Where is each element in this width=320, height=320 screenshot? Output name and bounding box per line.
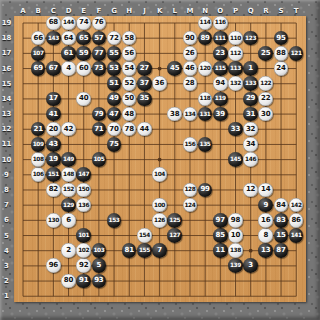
move-number: 150 [78,186,89,193]
row-label-7: 7 [1,201,12,209]
stone-white-46-M16: 46 [183,61,198,76]
stone-black-121-T17: 121 [289,46,304,61]
stone-white-64-D18: 64 [61,31,76,46]
move-number: 104 [154,171,165,178]
move-number: 3 [248,262,253,269]
stone-black-11-O4: 11 [213,243,228,258]
move-number: 28 [185,80,194,87]
stone-white-108-B10: 108 [31,152,46,167]
stone-black-111-O18: 111 [213,31,228,46]
move-number: 88 [276,50,285,57]
move-number: 27 [140,65,149,72]
move-number: 101 [78,232,89,239]
stone-white-14-R8: 14 [258,183,273,198]
stone-white-156-M11: 156 [183,137,198,152]
stone-white-148-D9: 148 [61,167,76,182]
stone-white-6-D6: 6 [61,213,76,228]
stone-white-16-R6: 16 [258,213,273,228]
move-number: 15 [276,232,285,239]
move-number: 50 [125,95,134,102]
stone-white-26-M17: 26 [183,46,198,61]
move-number: 128 [184,186,195,193]
stone-black-7-K4: 7 [152,243,167,258]
stone-white-116-O19: 116 [213,16,228,31]
stone-black-83-S6: 83 [274,213,289,228]
stone-black-129-D7: 129 [61,198,76,213]
stone-white-104-K9: 104 [152,167,167,182]
column-label-C: C [46,7,60,15]
column-label-N: N [198,7,212,15]
column-label-S: S [274,7,288,15]
move-number: 92 [79,262,88,269]
move-number: 100 [154,202,165,209]
move-number: 138 [230,247,241,254]
move-number: 59 [79,50,88,57]
move-number: 22 [261,95,270,102]
row-label-16: 16 [1,65,12,73]
stone-white-48-H13: 48 [122,107,137,122]
move-number: 60 [79,65,88,72]
move-number: 85 [216,232,225,239]
move-number: 80 [64,277,73,284]
move-number: 13 [261,247,270,254]
stone-white-128-M8: 128 [183,183,198,198]
move-number: 42 [64,126,73,133]
stone-white-8-R5: 8 [258,228,273,243]
move-number: 103 [93,247,104,254]
stone-white-136-E7: 136 [76,198,91,213]
stone-black-151-C9: 151 [46,167,61,182]
stone-black-21-B12: 21 [31,122,46,137]
move-number: 141 [291,232,302,239]
move-number: 26 [185,50,194,57]
stone-black-155-J4: 155 [137,243,152,258]
move-number: 110 [230,35,241,42]
move-number: 90 [185,35,194,42]
stone-black-101-E5: 101 [76,228,91,243]
column-label-H: H [122,7,136,15]
stone-white-38-L13: 38 [167,107,182,122]
move-number: 148 [63,171,74,178]
column-label-B: B [31,7,45,15]
move-number: 48 [125,111,134,118]
column-label-L: L [168,7,182,15]
stone-black-143-C18: 143 [46,31,61,46]
stone-black-77-F17: 77 [92,46,107,61]
move-number: 139 [230,262,241,269]
stone-black-135-N11: 135 [198,137,213,152]
row-label-19: 19 [1,19,12,27]
move-number: 119 [215,95,226,102]
stone-white-70-G12: 70 [107,122,122,137]
stone-black-95-S18: 95 [274,31,289,46]
move-number: 21 [33,126,42,133]
move-number: 53 [109,65,118,72]
move-number: 5 [97,262,102,269]
stone-white-132-P15: 132 [228,76,243,91]
move-number: 51 [109,80,118,87]
move-number: 97 [216,217,225,224]
stone-white-82-C8: 82 [46,183,61,198]
move-number: 25 [261,50,270,57]
stone-white-28-M15: 28 [183,76,198,91]
move-number: 91 [79,277,88,284]
stone-black-85-O5: 85 [213,228,228,243]
stone-black-55-G17: 55 [107,46,122,61]
row-label-15: 15 [1,80,12,88]
stone-layer: 1234567891011121314151617192021222324252… [15,15,303,303]
move-number: 1 [248,65,253,72]
stone-black-51-G15: 51 [107,76,122,91]
column-label-D: D [62,7,76,15]
move-number: 4 [66,65,71,72]
move-number: 39 [216,111,225,118]
move-number: 154 [139,232,150,239]
move-number: 108 [33,156,44,163]
move-number: 135 [200,141,211,148]
stone-white-146-Q10: 146 [243,152,258,167]
stone-white-96-C3: 96 [46,258,61,273]
stone-white-130-C6: 130 [46,213,61,228]
row-label-17: 17 [1,49,12,57]
stone-white-122-R15: 122 [258,76,273,91]
move-number: 69 [33,65,42,72]
move-number: 152 [63,186,74,193]
move-number: 109 [33,141,44,148]
stone-black-13-R4: 13 [258,243,273,258]
stone-black-133-Q15: 133 [243,76,258,91]
stone-black-131-N13: 131 [198,107,213,122]
column-label-F: F [92,7,106,15]
move-number: 10 [231,232,240,239]
stone-white-2-D4: 2 [61,243,76,258]
stone-black-113-P16: 113 [228,61,243,76]
row-label-4: 4 [1,247,12,255]
stone-white-50-H14: 50 [122,92,137,107]
stone-white-118-N14: 118 [198,92,213,107]
move-number: 114 [200,19,211,26]
move-number: 122 [260,80,271,87]
move-number: 64 [64,35,73,42]
move-number: 73 [94,65,103,72]
move-number: 77 [94,50,103,57]
move-number: 44 [140,126,149,133]
move-number: 68 [49,19,58,26]
column-label-K: K [153,7,167,15]
stone-black-119-O14: 119 [213,92,228,107]
stone-white-74-E19: 74 [76,16,91,31]
stone-black-29-Q14: 29 [243,92,258,107]
move-number: 7 [157,247,162,254]
move-number: 98 [231,217,240,224]
move-number: 144 [63,19,74,26]
stone-black-17-C14: 17 [46,92,61,107]
stone-white-54-H16: 54 [122,61,137,76]
move-number: 105 [93,156,104,163]
stone-black-147-E9: 147 [76,167,91,182]
stone-white-154-J5: 154 [137,228,152,243]
move-number: 11 [216,247,225,254]
row-label-8: 8 [1,186,12,194]
row-label-18: 18 [1,34,12,42]
stone-white-66-B18: 66 [31,31,46,46]
move-number: 54 [125,65,134,72]
move-number: 45 [170,65,179,72]
move-number: 76 [94,19,103,26]
stone-black-91-E2: 91 [76,274,91,289]
stone-black-43-C11: 43 [46,137,61,152]
move-number: 155 [139,247,150,254]
stone-black-61-D17: 61 [61,46,76,61]
move-number: 52 [125,80,134,87]
stone-black-37-J15: 37 [137,76,152,91]
move-number: 142 [291,202,302,209]
move-number: 106 [33,171,44,178]
stone-black-35-J14: 35 [137,92,152,107]
stone-black-39-O13: 39 [213,107,228,122]
stone-black-31-Q13: 31 [243,107,258,122]
move-number: 9 [263,202,268,209]
move-number: 84 [276,202,285,209]
column-label-A: A [16,7,30,15]
move-number: 112 [230,50,241,57]
stone-black-65-E18: 65 [76,31,91,46]
move-number: 61 [64,50,73,57]
move-number: 99 [200,186,209,193]
stone-white-32-Q12: 32 [243,122,258,137]
stone-white-102-E4: 102 [76,243,91,258]
stone-white-34-Q11: 34 [243,137,258,152]
move-number: 145 [230,156,241,163]
move-number: 35 [140,95,149,102]
move-number: 75 [109,141,118,148]
stone-black-141-T5: 141 [289,228,304,243]
stone-black-73-F16: 73 [92,61,107,76]
move-number: 131 [200,111,211,118]
stone-black-89-N18: 89 [198,31,213,46]
stone-white-120-N16: 120 [198,61,213,76]
stone-black-59-E17: 59 [76,46,91,61]
move-number: 156 [184,141,195,148]
move-number: 24 [276,65,285,72]
stone-black-123-Q18: 123 [243,31,258,46]
stone-white-80-D2: 80 [61,274,76,289]
stone-white-112-P17: 112 [228,46,243,61]
row-label-12: 12 [1,125,12,133]
move-number: 34 [246,141,255,148]
move-number: 19 [49,156,58,163]
stone-black-75-G11: 75 [107,137,122,152]
column-label-T: T [289,7,303,15]
stone-white-4-D16: 4 [61,61,76,76]
move-number: 151 [48,171,59,178]
move-number: 6 [66,217,71,224]
move-number: 118 [200,95,211,102]
stone-white-86-T6: 86 [289,213,304,228]
move-number: 29 [246,95,255,102]
stone-black-15-S5: 15 [274,228,289,243]
move-number: 17 [49,95,58,102]
stone-black-81-H4: 81 [122,243,137,258]
move-number: 56 [125,50,134,57]
goban-frame: ABCDEFGHJKLMNOPQRST 19181716151413121110… [0,0,320,320]
move-number: 116 [215,19,226,26]
move-number: 14 [261,186,270,193]
stone-white-52-H15: 52 [122,76,137,91]
move-number: 87 [276,247,285,254]
stone-black-1-Q16: 1 [243,61,258,76]
row-label-2: 2 [1,277,12,285]
row-label-5: 5 [1,232,12,240]
move-number: 132 [230,80,241,87]
move-number: 36 [155,80,164,87]
move-number: 38 [170,111,179,118]
row-label-1: 1 [1,292,12,300]
stone-black-23-O17: 23 [213,46,228,61]
move-number: 83 [276,217,285,224]
move-number: 79 [94,111,103,118]
move-number: 121 [291,50,302,57]
stone-white-152-D8: 152 [61,183,76,198]
column-label-Q: Q [244,7,258,15]
move-number: 23 [216,50,225,57]
stone-white-134-M13: 134 [183,107,198,122]
move-number: 153 [109,217,120,224]
stone-black-105-F10: 105 [92,152,107,167]
move-number: 66 [33,35,42,42]
stone-white-92-E3: 92 [76,258,91,273]
stone-white-12-Q8: 12 [243,183,258,198]
move-number: 147 [78,171,89,178]
stone-white-98-P6: 98 [228,213,243,228]
row-label-14: 14 [1,95,12,103]
stone-white-72-G18: 72 [107,31,122,46]
stone-black-99-N8: 99 [198,183,213,198]
move-number: 127 [169,232,180,239]
stone-white-30-R13: 30 [258,107,273,122]
stone-white-20-C12: 20 [46,122,61,137]
row-label-3: 3 [1,262,12,270]
move-number: 134 [184,111,195,118]
move-number: 133 [245,80,256,87]
move-number: 95 [276,35,285,42]
move-number: 40 [79,95,88,102]
stone-black-93-F2: 93 [92,274,107,289]
stone-white-56-H17: 56 [122,46,137,61]
stone-black-25-R17: 25 [258,46,273,61]
move-number: 82 [49,186,58,193]
move-number: 126 [154,217,165,224]
move-number: 96 [49,262,58,269]
move-number: 129 [63,202,74,209]
stone-black-3-Q3: 3 [243,258,258,273]
stone-black-71-F12: 71 [92,122,107,137]
stone-white-10-P5: 10 [228,228,243,243]
stone-black-107-B17: 107 [31,46,46,61]
move-number: 113 [230,65,241,72]
stone-white-60-E16: 60 [76,61,91,76]
stone-white-126-K6: 126 [152,213,167,228]
move-number: 31 [246,111,255,118]
stone-black-153-G6: 153 [107,213,122,228]
stone-white-78-H12: 78 [122,122,137,137]
move-number: 123 [245,35,256,42]
column-label-E: E [77,7,91,15]
stone-black-57-F18: 57 [92,31,107,46]
move-number: 72 [109,35,118,42]
stone-black-103-F4: 103 [92,243,107,258]
stone-white-88-S17: 88 [274,46,289,61]
stone-black-97-O6: 97 [213,213,228,228]
move-number: 8 [263,232,268,239]
stone-white-36-K15: 36 [152,76,167,91]
move-number: 43 [49,141,58,148]
move-number: 55 [109,50,118,57]
stone-black-87-S4: 87 [274,243,289,258]
move-number: 16 [261,217,270,224]
stone-black-149-D10: 149 [61,152,76,167]
move-number: 124 [184,202,195,209]
column-label-M: M [183,7,197,15]
stone-white-94-O15: 94 [213,76,228,91]
stone-white-114-N19: 114 [198,16,213,31]
stone-black-145-P10: 145 [228,152,243,167]
stone-white-106-B9: 106 [31,167,46,182]
stone-black-47-G13: 47 [107,107,122,122]
stone-black-139-P3: 139 [228,258,243,273]
stone-white-110-P18: 110 [228,31,243,46]
stone-black-41-C13: 41 [46,107,61,122]
stone-white-150-E8: 150 [76,183,91,198]
move-number: 146 [245,156,256,163]
stone-white-58-H18: 58 [122,31,137,46]
stone-white-44-J12: 44 [137,122,152,137]
stone-white-142-T7: 142 [289,198,304,213]
stone-white-76-F19: 76 [92,16,107,31]
move-number: 86 [291,217,300,224]
move-number: 94 [216,80,225,87]
move-number: 78 [125,126,134,133]
move-number: 2 [66,247,71,254]
move-number: 71 [94,126,103,133]
move-number: 125 [169,217,180,224]
move-number: 37 [140,80,149,87]
move-number: 130 [48,217,59,224]
move-number: 70 [109,126,118,133]
move-number: 115 [215,65,226,72]
row-label-11: 11 [1,140,12,148]
stone-white-42-D12: 42 [61,122,76,137]
move-number: 143 [48,35,59,42]
move-number: 74 [79,19,88,26]
stone-black-69-B16: 69 [31,61,46,76]
stone-white-22-R14: 22 [258,92,273,107]
move-number: 89 [200,35,209,42]
stone-black-45-L16: 45 [167,61,182,76]
stone-black-79-F13: 79 [92,107,107,122]
stone-black-67-C16: 67 [46,61,61,76]
stone-white-84-S7: 84 [274,198,289,213]
stone-white-138-P4: 138 [228,243,243,258]
column-label-J: J [137,7,151,15]
stone-black-109-B11: 109 [31,137,46,152]
stone-white-144-D19: 144 [61,16,76,31]
move-number: 58 [125,35,134,42]
column-label-P: P [229,7,243,15]
stone-black-19-C10: 19 [46,152,61,167]
column-label-R: R [259,7,273,15]
stone-white-24-S16: 24 [274,61,289,76]
